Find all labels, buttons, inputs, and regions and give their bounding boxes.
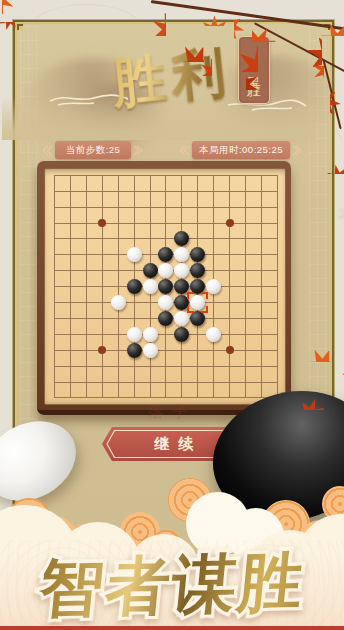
- maple-leaf-icon: [322, 148, 344, 174]
- victory-screen: 胜利 黑方胜 当前步数:25 本局用时:00:25:25 落子 继续: [0, 0, 344, 630]
- white-stone: [174, 263, 189, 278]
- white-stone: [127, 247, 142, 262]
- grid-line-horizontal: [55, 382, 278, 383]
- slogan-text: 智者谋胜: [0, 542, 344, 629]
- grid-line-horizontal: [55, 397, 278, 398]
- last-move-marker: [187, 292, 208, 313]
- star-point: [98, 346, 106, 354]
- watermark-text: 落子: [92, 402, 252, 423]
- maple-leaf-icon: [0, 22, 16, 44]
- grid-line-horizontal: [55, 350, 278, 351]
- white-stone: [143, 343, 158, 358]
- go-board: [44, 168, 286, 405]
- white-stone: [174, 311, 189, 326]
- black-stone: [158, 279, 173, 294]
- move-count-text: 当前步数:25: [66, 144, 121, 157]
- grid-line-vertical: [229, 175, 230, 398]
- maple-leaf-icon: [312, 2, 344, 36]
- white-stone: [206, 327, 221, 342]
- maple-leaf-icon: [234, 18, 262, 46]
- maple-leaf-icon: [184, 48, 212, 76]
- maple-leaf-icon: [132, 2, 166, 36]
- grid-line-vertical: [261, 175, 262, 398]
- bottom-red-strip: [0, 626, 344, 630]
- black-stone: [190, 247, 205, 262]
- maple-leaf-icon: [326, 396, 344, 424]
- black-stone: [174, 231, 189, 246]
- maple-leaf-icon: [326, 40, 344, 78]
- grid-line-horizontal: [55, 366, 278, 367]
- grid-line-horizontal: [55, 334, 278, 335]
- star-point: [98, 219, 106, 227]
- black-stone: [158, 247, 173, 262]
- black-stone: [190, 311, 205, 326]
- grid-line-vertical: [245, 175, 246, 398]
- star-point: [226, 346, 234, 354]
- chevron-left-icon: [44, 145, 52, 155]
- maple-leaf-icon: [298, 66, 324, 92]
- white-stone: [143, 327, 158, 342]
- black-stone: [158, 311, 173, 326]
- grid-line-vertical: [277, 175, 278, 398]
- black-stone: [143, 263, 158, 278]
- white-stone: [158, 263, 173, 278]
- game-time-text: 本局用时:00:25:25: [199, 144, 283, 157]
- white-stone: [111, 295, 126, 310]
- go-board-frame: [37, 161, 291, 415]
- white-stone: [206, 279, 221, 294]
- star-point: [226, 219, 234, 227]
- game-time-badge: 本局用时:00:25:25: [192, 141, 290, 159]
- black-stone: [127, 343, 142, 358]
- move-count-badge: 当前步数:25: [55, 141, 131, 159]
- black-stone: [174, 327, 189, 342]
- white-stone: [174, 247, 189, 262]
- black-stone: [190, 263, 205, 278]
- maple-leaf-icon: [330, 182, 344, 204]
- maple-leaf-icon: [246, 60, 276, 90]
- chevron-right-icon: [134, 145, 142, 155]
- black-stone: [127, 279, 142, 294]
- maple-leaf-icon: [330, 90, 344, 120]
- chevron-left-icon: [181, 145, 189, 155]
- white-stone: [143, 279, 158, 294]
- white-stone: [127, 327, 142, 342]
- maple-leaf-icon: [2, 0, 32, 24]
- maple-leaf-icon: [200, 0, 230, 26]
- chevron-right-icon: [293, 145, 301, 155]
- white-stone: [158, 295, 173, 310]
